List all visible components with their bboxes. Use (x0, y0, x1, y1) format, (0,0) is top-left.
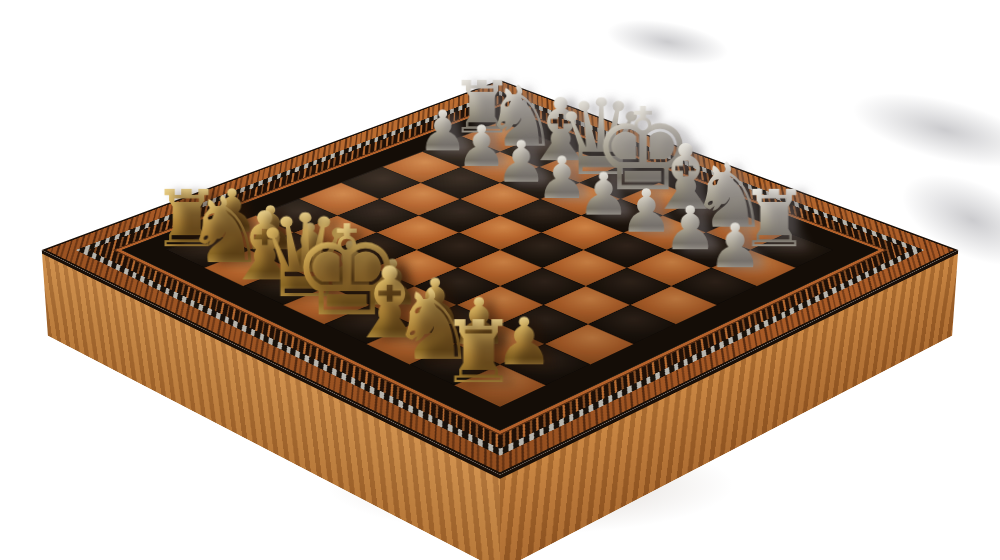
piece-white-rook[interactable]: ♜ (393, 309, 564, 395)
piece-black-pawn[interactable]: ♟ (656, 215, 814, 276)
product-photo-stage: ♜♞♝♛♚♝♞♜♟♟♟♟♟♟♟♟♟♟♟♟♟♟♟♟♜♞♝♛♚♝♞♜ (0, 0, 1000, 560)
cast-shadow (576, 0, 758, 85)
